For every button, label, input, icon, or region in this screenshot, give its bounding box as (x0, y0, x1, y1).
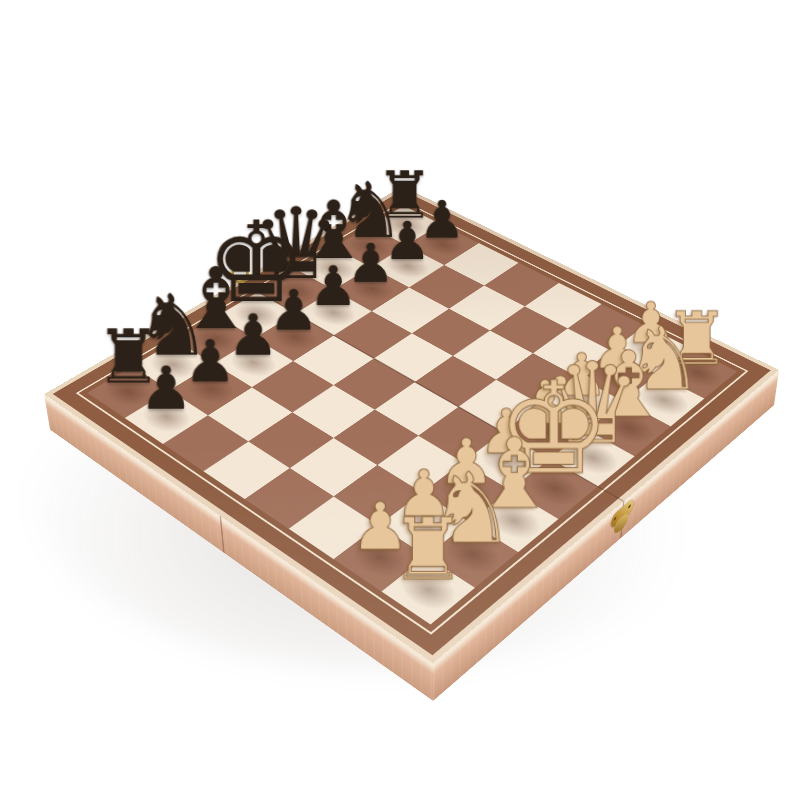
white-rook: ♜ (390, 506, 467, 592)
square-c8-r8: ♜ (381, 556, 475, 625)
black-pawn: ♟ (140, 359, 193, 419)
product-photo: ♜♟♟♜♞♟♟♞♝♟♟♝♛♟♟♛♚♟♟♚♝♟♟♝♞♟♟♞♜♟♟♜ (0, 0, 800, 800)
